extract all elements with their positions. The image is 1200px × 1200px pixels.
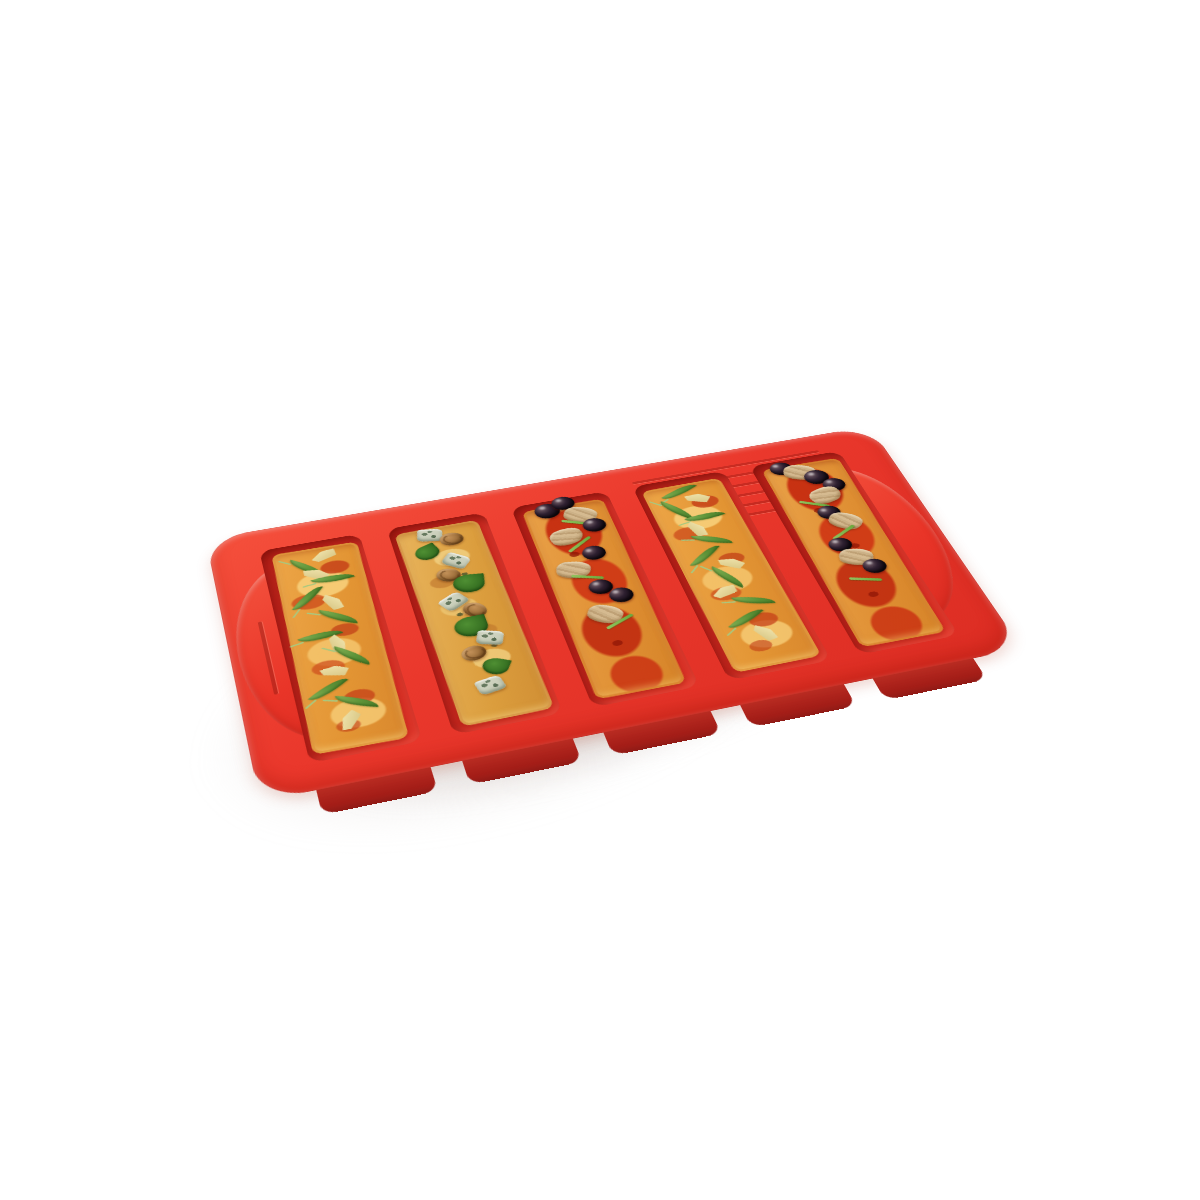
arugula-topping bbox=[292, 584, 323, 613]
arugula-topping bbox=[706, 566, 749, 587]
chive-topping bbox=[849, 578, 882, 582]
arugula-topping bbox=[328, 646, 374, 664]
basil-topping bbox=[480, 657, 512, 676]
bluecheese-topping bbox=[474, 674, 508, 696]
product-photo bbox=[0, 0, 1200, 1200]
arugula-topping bbox=[691, 535, 733, 543]
parmesan-topping bbox=[318, 665, 349, 677]
parmesan-topping bbox=[336, 709, 362, 733]
parmesan-topping bbox=[318, 592, 348, 612]
arugula-topping bbox=[731, 595, 776, 606]
arugula-topping bbox=[333, 696, 380, 707]
grip-groove bbox=[258, 621, 279, 695]
parmesan-topping bbox=[682, 493, 710, 502]
arugula-topping bbox=[315, 610, 360, 623]
arugula-topping bbox=[690, 543, 719, 570]
parmesan-topping bbox=[307, 547, 339, 565]
parmesan-topping bbox=[715, 556, 746, 569]
olive-topping bbox=[580, 544, 609, 561]
parmesan-topping bbox=[748, 622, 781, 643]
tuna-topping bbox=[547, 525, 589, 549]
bluecheese-topping bbox=[475, 630, 504, 645]
mold-cavity bbox=[259, 534, 423, 763]
bluecheese-topping bbox=[440, 551, 472, 569]
basil-topping bbox=[412, 542, 445, 562]
